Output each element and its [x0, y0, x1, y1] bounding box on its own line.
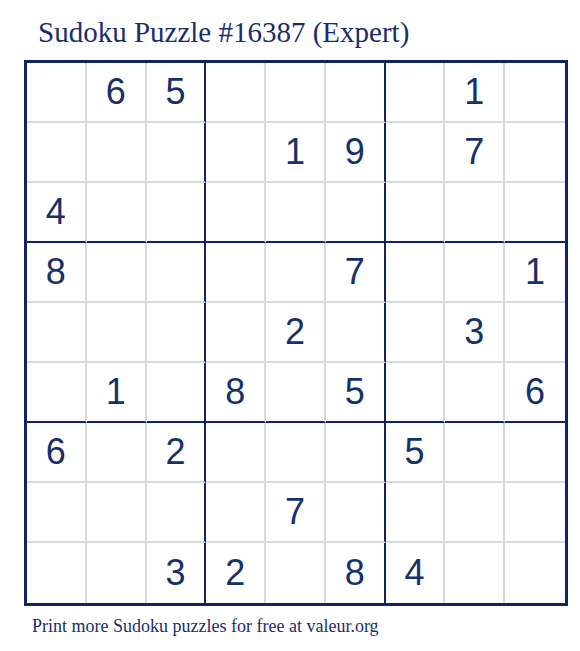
sudoku-cell-r8c1[interactable]	[27, 483, 87, 543]
sudoku-cell-r9c5[interactable]	[266, 543, 326, 603]
sudoku-cell-r4c3[interactable]	[147, 243, 207, 303]
sudoku-cell-r1c5[interactable]	[266, 63, 326, 123]
sudoku-grid: 651197487123185662573284	[24, 60, 568, 606]
sudoku-cell-r8c2[interactable]	[87, 483, 147, 543]
sudoku-cell-r6c3[interactable]	[147, 363, 207, 423]
sudoku-cell-r9c1[interactable]	[27, 543, 87, 603]
sudoku-cell-r2c4[interactable]	[206, 123, 266, 183]
sudoku-cell-r4c8[interactable]	[445, 243, 505, 303]
sudoku-cell-r6c1[interactable]	[27, 363, 87, 423]
sudoku-cell-r2c7[interactable]	[386, 123, 446, 183]
sudoku-cell-r2c8[interactable]: 7	[445, 123, 505, 183]
sudoku-cell-r2c3[interactable]	[147, 123, 207, 183]
sudoku-cell-r4c2[interactable]	[87, 243, 147, 303]
sudoku-cell-r4c7[interactable]	[386, 243, 446, 303]
sudoku-cell-r4c6[interactable]: 7	[326, 243, 386, 303]
sudoku-cell-r2c9[interactable]	[505, 123, 565, 183]
sudoku-cell-r5c8[interactable]: 3	[445, 303, 505, 363]
sudoku-cell-r7c1[interactable]: 6	[27, 423, 87, 483]
sudoku-cell-r6c8[interactable]	[445, 363, 505, 423]
sudoku-cell-r1c2[interactable]: 6	[87, 63, 147, 123]
sudoku-cell-r8c4[interactable]	[206, 483, 266, 543]
sudoku-cell-r2c6[interactable]: 9	[326, 123, 386, 183]
sudoku-cell-r1c6[interactable]	[326, 63, 386, 123]
sudoku-cell-r8c8[interactable]	[445, 483, 505, 543]
sudoku-cell-r9c3[interactable]: 3	[147, 543, 207, 603]
sudoku-cell-r1c7[interactable]	[386, 63, 446, 123]
sudoku-cell-r9c7[interactable]: 4	[386, 543, 446, 603]
sudoku-cell-r3c6[interactable]	[326, 183, 386, 243]
sudoku-cell-r8c3[interactable]	[147, 483, 207, 543]
sudoku-cell-r8c5[interactable]: 7	[266, 483, 326, 543]
sudoku-cell-r3c2[interactable]	[87, 183, 147, 243]
sudoku-cell-r5c7[interactable]	[386, 303, 446, 363]
sudoku-cell-r7c2[interactable]	[87, 423, 147, 483]
sudoku-cell-r3c5[interactable]	[266, 183, 326, 243]
sudoku-cell-r7c7[interactable]: 5	[386, 423, 446, 483]
sudoku-cell-r7c8[interactable]	[445, 423, 505, 483]
sudoku-cell-r7c9[interactable]	[505, 423, 565, 483]
footer-note: Print more Sudoku puzzles for free at va…	[32, 616, 580, 637]
sudoku-cell-r6c7[interactable]	[386, 363, 446, 423]
sudoku-cell-r9c2[interactable]	[87, 543, 147, 603]
sudoku-cell-r5c2[interactable]	[87, 303, 147, 363]
sudoku-cell-r6c5[interactable]	[266, 363, 326, 423]
sudoku-cell-r1c4[interactable]	[206, 63, 266, 123]
sudoku-cell-r4c9[interactable]: 1	[505, 243, 565, 303]
sudoku-cell-r1c1[interactable]	[27, 63, 87, 123]
sudoku-cell-r3c1[interactable]: 4	[27, 183, 87, 243]
sudoku-cell-r7c4[interactable]	[206, 423, 266, 483]
sudoku-cell-r5c4[interactable]	[206, 303, 266, 363]
sudoku-cell-r4c5[interactable]	[266, 243, 326, 303]
sudoku-cell-r7c3[interactable]: 2	[147, 423, 207, 483]
sudoku-cell-r5c5[interactable]: 2	[266, 303, 326, 363]
sudoku-cell-r5c1[interactable]	[27, 303, 87, 363]
sudoku-cell-r5c3[interactable]	[147, 303, 207, 363]
sudoku-cell-r7c6[interactable]	[326, 423, 386, 483]
sudoku-cell-r6c9[interactable]: 6	[505, 363, 565, 423]
sudoku-cell-r2c1[interactable]	[27, 123, 87, 183]
sudoku-cell-r9c4[interactable]: 2	[206, 543, 266, 603]
sudoku-cell-r3c7[interactable]	[386, 183, 446, 243]
sudoku-cell-r2c5[interactable]: 1	[266, 123, 326, 183]
sudoku-cell-r8c9[interactable]	[505, 483, 565, 543]
sudoku-cell-r6c4[interactable]: 8	[206, 363, 266, 423]
sudoku-cell-r9c8[interactable]	[445, 543, 505, 603]
sudoku-cell-r6c2[interactable]: 1	[87, 363, 147, 423]
sudoku-cell-r4c4[interactable]	[206, 243, 266, 303]
sudoku-cell-r3c8[interactable]	[445, 183, 505, 243]
sudoku-cell-r8c6[interactable]	[326, 483, 386, 543]
sudoku-cell-r1c8[interactable]: 1	[445, 63, 505, 123]
sudoku-cell-r3c4[interactable]	[206, 183, 266, 243]
sudoku-cell-r5c6[interactable]	[326, 303, 386, 363]
sudoku-cell-r6c6[interactable]: 5	[326, 363, 386, 423]
sudoku-cell-r8c7[interactable]	[386, 483, 446, 543]
sudoku-cell-r9c9[interactable]	[505, 543, 565, 603]
sudoku-cell-r7c5[interactable]	[266, 423, 326, 483]
sudoku-cell-r1c9[interactable]	[505, 63, 565, 123]
sudoku-cell-r2c2[interactable]	[87, 123, 147, 183]
sudoku-cell-r9c6[interactable]: 8	[326, 543, 386, 603]
sudoku-cell-r3c9[interactable]	[505, 183, 565, 243]
page-title: Sudoku Puzzle #16387 (Expert)	[38, 14, 580, 50]
sudoku-cell-r3c3[interactable]	[147, 183, 207, 243]
sudoku-cell-r4c1[interactable]: 8	[27, 243, 87, 303]
sudoku-cell-r5c9[interactable]	[505, 303, 565, 363]
sudoku-cell-r1c3[interactable]: 5	[147, 63, 207, 123]
